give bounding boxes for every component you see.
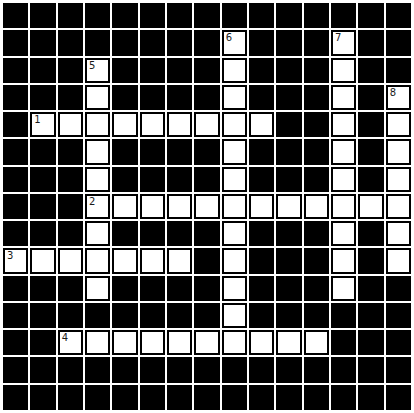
- letter-cell-r3c12[interactable]: [331, 85, 356, 110]
- black-cell-r6c5: [140, 167, 165, 192]
- clue-number-2: 2: [89, 196, 95, 207]
- letter-cell-r9c8[interactable]: [222, 248, 247, 273]
- black-cell-r3c0: [3, 85, 28, 110]
- black-cell-r12c0: [3, 330, 28, 355]
- black-cell-r10c5: [140, 276, 165, 301]
- clue-number-4: 4: [62, 332, 68, 343]
- letter-cell-r5c3[interactable]: [85, 139, 110, 164]
- black-cell-r2c13: [358, 58, 383, 83]
- black-cell-r0c10: [276, 3, 301, 28]
- black-cell-r14c5: [140, 385, 165, 410]
- letter-cell-r6c14[interactable]: [386, 167, 411, 192]
- black-cell-r4c13: [358, 112, 383, 137]
- black-cell-r1c11: [304, 30, 329, 55]
- letter-cell-r6c3[interactable]: [85, 167, 110, 192]
- letter-cell-r12c9[interactable]: [249, 330, 274, 355]
- black-cell-r14c0: [3, 385, 28, 410]
- letter-cell-r7c5[interactable]: [140, 194, 165, 219]
- black-cell-r11c5: [140, 303, 165, 328]
- black-cell-r12c12: [331, 330, 356, 355]
- black-cell-r2c14: [386, 58, 411, 83]
- letter-cell-r4c6[interactable]: [167, 112, 192, 137]
- black-cell-r14c8: [222, 385, 247, 410]
- black-cell-r3c13: [358, 85, 383, 110]
- letter-cell-r4c3[interactable]: [85, 112, 110, 137]
- black-cell-r0c4: [112, 3, 137, 28]
- letter-cell-r5c14[interactable]: [386, 139, 411, 164]
- black-cell-r2c2: [58, 58, 83, 83]
- black-cell-r14c11: [304, 385, 329, 410]
- black-cell-r5c6: [167, 139, 192, 164]
- black-cell-r13c0: [3, 357, 28, 382]
- black-cell-r6c0: [3, 167, 28, 192]
- black-cell-r13c6: [167, 357, 192, 382]
- letter-cell-r9c0[interactable]: 3: [3, 248, 28, 273]
- letter-cell-r4c2[interactable]: [58, 112, 83, 137]
- black-cell-r4c11: [304, 112, 329, 137]
- black-cell-r6c6: [167, 167, 192, 192]
- black-cell-r4c0: [3, 112, 28, 137]
- black-cell-r6c1: [30, 167, 55, 192]
- black-cell-r5c10: [276, 139, 301, 164]
- letter-cell-r11c8[interactable]: [222, 303, 247, 328]
- black-cell-r3c7: [194, 85, 219, 110]
- letter-cell-r5c12[interactable]: [331, 139, 356, 164]
- black-cell-r8c9: [249, 221, 274, 246]
- letter-cell-r12c2[interactable]: 4: [58, 330, 83, 355]
- black-cell-r11c3: [85, 303, 110, 328]
- letter-cell-r4c8[interactable]: [222, 112, 247, 137]
- letter-cell-r9c1[interactable]: [30, 248, 55, 273]
- black-cell-r3c5: [140, 85, 165, 110]
- black-cell-r2c11: [304, 58, 329, 83]
- black-cell-r0c2: [58, 3, 83, 28]
- black-cell-r10c10: [276, 276, 301, 301]
- letter-cell-r8c3[interactable]: [85, 221, 110, 246]
- letter-cell-r2c3[interactable]: 5: [85, 58, 110, 83]
- black-cell-r14c12: [331, 385, 356, 410]
- black-cell-r6c4: [112, 167, 137, 192]
- letter-cell-r3c14[interactable]: 8: [386, 85, 411, 110]
- clue-number-5: 5: [89, 60, 95, 71]
- black-cell-r0c14: [386, 3, 411, 28]
- black-cell-r0c0: [3, 3, 28, 28]
- black-cell-r2c7: [194, 58, 219, 83]
- black-cell-r13c14: [386, 357, 411, 382]
- black-cell-r10c7: [194, 276, 219, 301]
- letter-cell-r9c6[interactable]: [167, 248, 192, 273]
- black-cell-r11c11: [304, 303, 329, 328]
- black-cell-r10c14: [386, 276, 411, 301]
- letter-cell-r7c6[interactable]: [167, 194, 192, 219]
- letter-cell-r1c12[interactable]: 7: [331, 30, 356, 55]
- black-cell-r10c11: [304, 276, 329, 301]
- black-cell-r0c6: [167, 3, 192, 28]
- black-cell-r1c10: [276, 30, 301, 55]
- black-cell-r14c13: [358, 385, 383, 410]
- black-cell-r12c13: [358, 330, 383, 355]
- black-cell-r10c9: [249, 276, 274, 301]
- letter-cell-r2c8[interactable]: [222, 58, 247, 83]
- black-cell-r0c11: [304, 3, 329, 28]
- clue-number-1: 1: [34, 114, 40, 125]
- letter-cell-r4c14[interactable]: [386, 112, 411, 137]
- black-cell-r9c11: [304, 248, 329, 273]
- black-cell-r8c5: [140, 221, 165, 246]
- black-cell-r9c10: [276, 248, 301, 273]
- black-cell-r13c1: [30, 357, 55, 382]
- black-cell-r9c13: [358, 248, 383, 273]
- letter-cell-r12c5[interactable]: [140, 330, 165, 355]
- clue-number-8: 8: [390, 87, 396, 98]
- black-cell-r5c4: [112, 139, 137, 164]
- black-cell-r10c1: [30, 276, 55, 301]
- black-cell-r11c10: [276, 303, 301, 328]
- letter-cell-r4c7[interactable]: [194, 112, 219, 137]
- black-cell-r6c10: [276, 167, 301, 192]
- black-cell-r5c9: [249, 139, 274, 164]
- black-cell-r0c7: [194, 3, 219, 28]
- black-cell-r11c13: [358, 303, 383, 328]
- black-cell-r4c10: [276, 112, 301, 137]
- black-cell-r7c1: [30, 194, 55, 219]
- black-cell-r6c9: [249, 167, 274, 192]
- black-cell-r3c2: [58, 85, 83, 110]
- letter-cell-r12c6[interactable]: [167, 330, 192, 355]
- black-cell-r5c7: [194, 139, 219, 164]
- black-cell-r5c2: [58, 139, 83, 164]
- black-cell-r2c9: [249, 58, 274, 83]
- letter-cell-r12c11[interactable]: [304, 330, 329, 355]
- black-cell-r8c13: [358, 221, 383, 246]
- black-cell-r9c9: [249, 248, 274, 273]
- letter-cell-r7c3[interactable]: 2: [85, 194, 110, 219]
- black-cell-r5c0: [3, 139, 28, 164]
- black-cell-r14c14: [386, 385, 411, 410]
- black-cell-r10c0: [3, 276, 28, 301]
- black-cell-r13c2: [58, 357, 83, 382]
- black-cell-r0c12: [331, 3, 356, 28]
- black-cell-r11c12: [331, 303, 356, 328]
- letter-cell-r4c9[interactable]: [249, 112, 274, 137]
- letter-cell-r12c4[interactable]: [112, 330, 137, 355]
- black-cell-r3c6: [167, 85, 192, 110]
- black-cell-r14c4: [112, 385, 137, 410]
- black-cell-r8c4: [112, 221, 137, 246]
- black-cell-r7c0: [3, 194, 28, 219]
- black-cell-r5c13: [358, 139, 383, 164]
- black-cell-r5c11: [304, 139, 329, 164]
- black-cell-r14c9: [249, 385, 274, 410]
- black-cell-r1c2: [58, 30, 83, 55]
- black-cell-r5c1: [30, 139, 55, 164]
- black-cell-r3c4: [112, 85, 137, 110]
- black-cell-r2c1: [30, 58, 55, 83]
- clue-number-6: 6: [226, 32, 232, 43]
- black-cell-r1c0: [3, 30, 28, 55]
- black-cell-r10c6: [167, 276, 192, 301]
- letter-cell-r7c9[interactable]: [249, 194, 274, 219]
- letter-cell-r6c12[interactable]: [331, 167, 356, 192]
- black-cell-r13c12: [331, 357, 356, 382]
- black-cell-r1c1: [30, 30, 55, 55]
- black-cell-r11c4: [112, 303, 137, 328]
- black-cell-r1c6: [167, 30, 192, 55]
- black-cell-r1c4: [112, 30, 137, 55]
- clue-number-3: 3: [7, 250, 13, 261]
- letter-cell-r10c12[interactable]: [331, 276, 356, 301]
- black-cell-r7c2: [58, 194, 83, 219]
- black-cell-r14c2: [58, 385, 83, 410]
- letter-cell-r4c12[interactable]: [331, 112, 356, 137]
- black-cell-r0c9: [249, 3, 274, 28]
- black-cell-r10c13: [358, 276, 383, 301]
- letter-cell-r8c14[interactable]: [386, 221, 411, 246]
- black-cell-r11c9: [249, 303, 274, 328]
- letter-cell-r12c10[interactable]: [276, 330, 301, 355]
- black-cell-r14c10: [276, 385, 301, 410]
- crossword-puzzle: 67581234: [0, 0, 414, 413]
- black-cell-r8c1: [30, 221, 55, 246]
- letter-cell-r8c12[interactable]: [331, 221, 356, 246]
- letter-cell-r9c14[interactable]: [386, 248, 411, 273]
- black-cell-r8c2: [58, 221, 83, 246]
- black-cell-r13c5: [140, 357, 165, 382]
- letter-cell-r12c3[interactable]: [85, 330, 110, 355]
- black-cell-r8c11: [304, 221, 329, 246]
- black-cell-r8c6: [167, 221, 192, 246]
- black-cell-r11c6: [167, 303, 192, 328]
- letter-cell-r9c5[interactable]: [140, 248, 165, 273]
- black-cell-r10c2: [58, 276, 83, 301]
- letter-cell-r10c8[interactable]: [222, 276, 247, 301]
- black-cell-r3c10: [276, 85, 301, 110]
- black-cell-r0c13: [358, 3, 383, 28]
- letter-cell-r9c4[interactable]: [112, 248, 137, 273]
- black-cell-r11c0: [3, 303, 28, 328]
- black-cell-r3c1: [30, 85, 55, 110]
- letter-cell-r3c3[interactable]: [85, 85, 110, 110]
- black-cell-r14c1: [30, 385, 55, 410]
- black-cell-r11c7: [194, 303, 219, 328]
- letter-cell-r7c13[interactable]: [358, 194, 383, 219]
- black-cell-r14c7: [194, 385, 219, 410]
- letter-cell-r7c12[interactable]: [331, 194, 356, 219]
- black-cell-r13c3: [85, 357, 110, 382]
- black-cell-r14c3: [85, 385, 110, 410]
- letter-cell-r4c1[interactable]: 1: [30, 112, 55, 137]
- black-cell-r9c7: [194, 248, 219, 273]
- black-cell-r11c2: [58, 303, 83, 328]
- black-cell-r0c1: [30, 3, 55, 28]
- letter-cell-r8c8[interactable]: [222, 221, 247, 246]
- black-cell-r1c3: [85, 30, 110, 55]
- letter-cell-r12c7[interactable]: [194, 330, 219, 355]
- letter-cell-r7c10[interactable]: [276, 194, 301, 219]
- black-cell-r1c14: [386, 30, 411, 55]
- black-cell-r2c10: [276, 58, 301, 83]
- black-cell-r13c11: [304, 357, 329, 382]
- black-cell-r13c9: [249, 357, 274, 382]
- letter-cell-r7c11[interactable]: [304, 194, 329, 219]
- black-cell-r3c11: [304, 85, 329, 110]
- black-cell-r8c0: [3, 221, 28, 246]
- black-cell-r13c4: [112, 357, 137, 382]
- letter-cell-r7c14[interactable]: [386, 194, 411, 219]
- letter-cell-r7c7[interactable]: [194, 194, 219, 219]
- black-cell-r13c13: [358, 357, 383, 382]
- black-cell-r11c1: [30, 303, 55, 328]
- crossword-board: 67581234: [0, 0, 414, 413]
- black-cell-r6c2: [58, 167, 83, 192]
- black-cell-r6c13: [358, 167, 383, 192]
- black-cell-r2c0: [3, 58, 28, 83]
- letter-cell-r4c5[interactable]: [140, 112, 165, 137]
- black-cell-r1c9: [249, 30, 274, 55]
- black-cell-r3c9: [249, 85, 274, 110]
- black-cell-r8c10: [276, 221, 301, 246]
- letter-cell-r7c8[interactable]: [222, 194, 247, 219]
- black-cell-r1c5: [140, 30, 165, 55]
- black-cell-r2c6: [167, 58, 192, 83]
- black-cell-r2c5: [140, 58, 165, 83]
- black-cell-r1c7: [194, 30, 219, 55]
- letter-cell-r9c2[interactable]: [58, 248, 83, 273]
- black-cell-r11c14: [386, 303, 411, 328]
- letter-cell-r9c3[interactable]: [85, 248, 110, 273]
- black-cell-r12c14: [386, 330, 411, 355]
- letter-cell-r6c8[interactable]: [222, 167, 247, 192]
- black-cell-r10c4: [112, 276, 137, 301]
- black-cell-r0c8: [222, 3, 247, 28]
- black-cell-r0c5: [140, 3, 165, 28]
- black-cell-r8c7: [194, 221, 219, 246]
- letter-cell-r12c8[interactable]: [222, 330, 247, 355]
- black-cell-r5c5: [140, 139, 165, 164]
- letter-cell-r3c8[interactable]: [222, 85, 247, 110]
- letter-cell-r10c3[interactable]: [85, 276, 110, 301]
- black-cell-r6c7: [194, 167, 219, 192]
- letter-cell-r2c12[interactable]: [331, 58, 356, 83]
- letter-cell-r5c8[interactable]: [222, 139, 247, 164]
- letter-cell-r7c4[interactable]: [112, 194, 137, 219]
- clue-number-7: 7: [335, 32, 341, 43]
- black-cell-r13c8: [222, 357, 247, 382]
- letter-cell-r1c8[interactable]: 6: [222, 30, 247, 55]
- black-cell-r14c6: [167, 385, 192, 410]
- black-cell-r13c7: [194, 357, 219, 382]
- letter-cell-r9c12[interactable]: [331, 248, 356, 273]
- black-cell-r2c4: [112, 58, 137, 83]
- black-cell-r6c11: [304, 167, 329, 192]
- black-cell-r1c13: [358, 30, 383, 55]
- black-cell-r12c1: [30, 330, 55, 355]
- black-cell-r0c3: [85, 3, 110, 28]
- letter-cell-r4c4[interactable]: [112, 112, 137, 137]
- black-cell-r13c10: [276, 357, 301, 382]
